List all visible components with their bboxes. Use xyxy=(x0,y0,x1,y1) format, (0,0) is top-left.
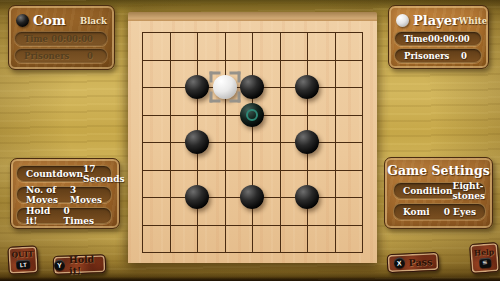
com-time-row: Time 00:00:00 xyxy=(14,31,108,46)
board-intersection[interactable] xyxy=(211,46,239,74)
holds-value: 0 Times xyxy=(64,206,111,226)
board-intersection[interactable] xyxy=(211,18,239,46)
moves-row: No. of Moves 3 Moves xyxy=(16,186,112,203)
board-intersection[interactable] xyxy=(183,128,211,156)
board-intersection[interactable] xyxy=(293,18,321,46)
holds-row: Hold it! 0 Times xyxy=(16,207,112,224)
board-intersection[interactable] xyxy=(348,183,376,211)
player-prisoners-value: 0 xyxy=(461,51,481,61)
player-side-label: White xyxy=(459,16,487,26)
gamepad-lt-icon: LT xyxy=(16,260,30,270)
board-intersection[interactable] xyxy=(156,183,184,211)
moves-value: 3 Moves xyxy=(70,185,111,205)
countdown-value: 17 Seconds xyxy=(83,164,134,184)
game-settings-title: Game Settings xyxy=(385,163,492,178)
go-board xyxy=(128,12,377,263)
board-intersection[interactable] xyxy=(183,18,211,46)
black-stone xyxy=(240,103,264,127)
board-intersection[interactable] xyxy=(128,183,156,211)
countdown-row: Countdown 17 Seconds xyxy=(16,165,112,182)
com-side-label: Black xyxy=(80,16,107,26)
board-intersection[interactable] xyxy=(293,211,321,239)
board-intersection[interactable] xyxy=(238,73,266,101)
board-surface xyxy=(128,21,377,263)
black-stone xyxy=(185,185,209,209)
player-time-row: Time 00:00:00 xyxy=(394,31,482,46)
board-intersection[interactable] xyxy=(156,156,184,184)
board-intersection[interactable] xyxy=(128,73,156,101)
board-intersection[interactable] xyxy=(183,156,211,184)
com-prisoners-label: Prisoners xyxy=(15,51,69,61)
board-intersection[interactable] xyxy=(321,211,349,239)
help-button[interactable]: Help ≡ xyxy=(469,242,500,274)
black-stone xyxy=(295,185,319,209)
com-time-label: Time xyxy=(15,34,48,44)
board-intersection[interactable] xyxy=(238,238,266,266)
komi-label: Komi xyxy=(394,207,430,217)
board-intersection[interactable] xyxy=(348,156,376,184)
black-stone xyxy=(240,185,264,209)
board-intersection[interactable] xyxy=(238,183,266,211)
board-intersection[interactable] xyxy=(156,211,184,239)
hold-it-button[interactable]: Y Hold it! xyxy=(53,254,107,275)
hold-it-button-label: Hold it! xyxy=(69,253,106,276)
board-intersection[interactable] xyxy=(238,211,266,239)
board-intersection[interactable] xyxy=(266,18,294,46)
board-intersection[interactable] xyxy=(266,46,294,74)
quit-button[interactable]: QUIT LT xyxy=(7,245,38,275)
board-intersection[interactable] xyxy=(266,128,294,156)
player-prisoners-label: Prisoners xyxy=(395,51,449,61)
board-intersection[interactable] xyxy=(238,156,266,184)
board-intersection[interactable] xyxy=(211,183,239,211)
screen-bottom-shadow xyxy=(0,277,500,281)
board-intersection[interactable] xyxy=(183,211,211,239)
board-intersection[interactable] xyxy=(266,211,294,239)
black-stone xyxy=(185,75,209,99)
board-intersection[interactable] xyxy=(321,18,349,46)
board-intersection[interactable] xyxy=(211,101,239,129)
board-intersection[interactable] xyxy=(293,46,321,74)
gamepad-menu-icon: ≡ xyxy=(478,257,491,268)
board-intersection[interactable] xyxy=(156,46,184,74)
komi-row: Komi 0 Eyes xyxy=(393,203,486,220)
board-intersection[interactable] xyxy=(156,238,184,266)
human-player-panel: Player White Time 00:00:00 Prisoners 0 xyxy=(388,5,489,69)
board-intersection[interactable] xyxy=(321,238,349,266)
board-intersection[interactable] xyxy=(238,18,266,46)
board-intersection[interactable] xyxy=(321,101,349,129)
com-player-panel: Com Black Time 00:00:00 Prisoners 0 xyxy=(8,5,115,70)
countdown-label: Countdown xyxy=(17,169,83,179)
board-intersection[interactable] xyxy=(348,238,376,266)
player-name: Player xyxy=(413,13,459,28)
com-prisoners-value: 0 xyxy=(87,51,107,61)
board-intersection[interactable] xyxy=(238,128,266,156)
player-time-value: 00:00:00 xyxy=(428,34,484,44)
board-intersection[interactable] xyxy=(266,156,294,184)
player-prisoners-row: Prisoners 0 xyxy=(394,48,482,63)
board-intersection[interactable] xyxy=(183,238,211,266)
board-intersection[interactable] xyxy=(348,46,376,74)
board-intersection[interactable] xyxy=(128,211,156,239)
board-intersection[interactable] xyxy=(183,183,211,211)
gamepad-y-icon: Y xyxy=(54,260,65,271)
board-intersection[interactable] xyxy=(321,73,349,101)
player-time-label: Time xyxy=(395,34,428,44)
com-time-value: 00:00:00 xyxy=(51,34,107,44)
pass-button-label: Pass xyxy=(408,256,432,268)
white-stone-icon xyxy=(396,14,409,27)
board-intersection[interactable] xyxy=(266,73,294,101)
board-intersection[interactable] xyxy=(128,46,156,74)
pass-button[interactable]: X Pass xyxy=(387,252,440,273)
com-prisoners-row: Prisoners 0 xyxy=(14,48,108,63)
condition-label: Condition xyxy=(394,186,453,196)
black-stone-icon xyxy=(16,14,29,27)
black-stone xyxy=(295,75,319,99)
board-intersection[interactable] xyxy=(321,46,349,74)
player-title-row: Player White xyxy=(396,13,481,28)
board-intersection[interactable] xyxy=(321,156,349,184)
board-intersection[interactable] xyxy=(211,211,239,239)
board-intersection[interactable] xyxy=(183,101,211,129)
last-move-marker-icon xyxy=(246,109,258,121)
black-stone xyxy=(185,130,209,154)
condition-row: Condition Eight-stones xyxy=(393,182,486,199)
board-intersection[interactable] xyxy=(293,73,321,101)
board-intersection[interactable] xyxy=(293,238,321,266)
board-intersection[interactable] xyxy=(266,101,294,129)
board-intersection[interactable] xyxy=(128,101,156,129)
board-intersection[interactable] xyxy=(238,46,266,74)
board-intersection[interactable] xyxy=(183,73,211,101)
board-intersection[interactable] xyxy=(293,156,321,184)
white-stone xyxy=(213,75,237,99)
board-intersection[interactable] xyxy=(211,238,239,266)
board-cells xyxy=(128,18,376,266)
condition-value: Eight-stones xyxy=(453,181,495,201)
holds-label: Hold it! xyxy=(17,206,64,226)
com-title-row: Com Black xyxy=(16,13,107,28)
board-intersection[interactable] xyxy=(293,101,321,129)
board-intersection[interactable] xyxy=(183,46,211,74)
board-intersection[interactable] xyxy=(321,128,349,156)
board-intersection[interactable] xyxy=(348,73,376,101)
board-intersection[interactable] xyxy=(156,73,184,101)
game-screen: Com Black Time 00:00:00 Prisoners 0 Play… xyxy=(0,0,500,281)
board-intersection[interactable] xyxy=(293,183,321,211)
board-intersection[interactable] xyxy=(128,238,156,266)
board-intersection[interactable] xyxy=(348,128,376,156)
status-panel: Countdown 17 Seconds No. of Moves 3 Move… xyxy=(10,158,120,229)
gamepad-x-icon: X xyxy=(393,257,404,268)
black-stone xyxy=(295,130,319,154)
board-intersection[interactable] xyxy=(211,128,239,156)
board-intersection[interactable] xyxy=(156,101,184,129)
game-settings-panel: Game Settings Condition Eight-stones Kom… xyxy=(384,157,493,229)
moves-label: No. of Moves xyxy=(17,185,70,205)
komi-value: 0 Eyes xyxy=(444,207,485,217)
board-intersection[interactable] xyxy=(128,18,156,46)
com-name: Com xyxy=(33,13,66,28)
help-button-label: Help xyxy=(474,248,494,257)
board-intersection[interactable] xyxy=(128,128,156,156)
board-intersection[interactable] xyxy=(321,183,349,211)
board-intersection[interactable] xyxy=(156,128,184,156)
board-intersection[interactable] xyxy=(266,238,294,266)
black-stone xyxy=(240,75,264,99)
board-intersection[interactable] xyxy=(348,101,376,129)
board-intersection[interactable] xyxy=(238,101,266,129)
board-intersection[interactable] xyxy=(348,211,376,239)
board-intersection[interactable] xyxy=(293,128,321,156)
quit-button-label: QUIT xyxy=(11,250,34,259)
board-intersection[interactable] xyxy=(156,18,184,46)
board-intersection[interactable] xyxy=(211,156,239,184)
board-intersection[interactable] xyxy=(348,18,376,46)
board-intersection[interactable] xyxy=(211,73,239,101)
board-intersection[interactable] xyxy=(266,183,294,211)
